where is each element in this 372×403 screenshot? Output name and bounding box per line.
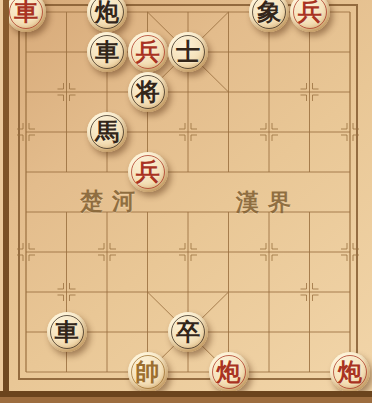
piece-glyph: 将	[136, 80, 160, 104]
piece-glyph: 炮	[95, 0, 119, 24]
piece-black-chariot-c2[interactable]: 車	[87, 32, 127, 72]
xiangqi-board[interactable]: 楚河 漢界 車炮象兵車兵士将馬兵車卒帥炮炮	[0, 0, 372, 403]
piece-red-general-d10[interactable]: 帥	[128, 352, 168, 392]
piece-glyph: 車	[95, 40, 119, 64]
river-label-right: 漢界	[236, 187, 300, 218]
piece-glyph: 士	[176, 40, 200, 64]
piece-glyph: 卒	[176, 320, 200, 344]
piece-black-general-d3[interactable]: 将	[128, 72, 168, 112]
piece-black-chariot-b9[interactable]: 車	[47, 312, 87, 352]
piece-black-soldier-e9[interactable]: 卒	[168, 312, 208, 352]
piece-glyph: 帥	[136, 360, 160, 384]
piece-glyph: 兵	[136, 160, 160, 184]
piece-glyph: 車	[14, 0, 38, 24]
piece-glyph: 兵	[298, 0, 322, 24]
piece-glyph: 兵	[136, 40, 160, 64]
piece-black-horse-c4[interactable]: 馬	[87, 112, 127, 152]
piece-red-soldier-d5[interactable]: 兵	[128, 152, 168, 192]
piece-glyph: 車	[55, 320, 79, 344]
piece-glyph: 炮	[338, 360, 362, 384]
piece-red-soldier-d2[interactable]: 兵	[128, 32, 168, 72]
piece-red-cannon-i10[interactable]: 炮	[330, 352, 370, 392]
piece-glyph: 馬	[95, 120, 119, 144]
board-left-edge	[3, 0, 9, 394]
piece-red-cannon-f10[interactable]: 炮	[209, 352, 249, 392]
board-bottom-edge-face	[0, 397, 372, 403]
piece-glyph: 象	[257, 0, 281, 24]
piece-glyph: 炮	[217, 360, 241, 384]
river-label-left: 楚河	[80, 186, 144, 217]
piece-black-advisor-e2[interactable]: 士	[168, 32, 208, 72]
